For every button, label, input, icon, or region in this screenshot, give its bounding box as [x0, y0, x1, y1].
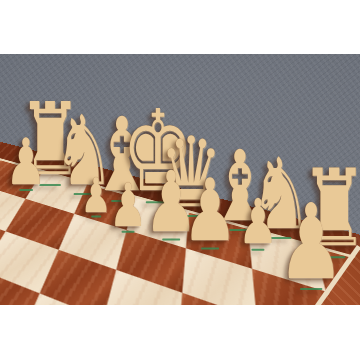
piece-white-pawn-pawn-g2[interactable]: ♟ — [277, 190, 344, 294]
piece-white-pawn-pawn-f2[interactable]: ♟ — [238, 191, 278, 253]
piece-white-pawn-pawn-e2[interactable]: ♟ — [182, 167, 238, 253]
bottom-white-margin — [0, 305, 360, 360]
pieces-layer: ♜♟♞♝♚♛♟♝♟♞♟♟♟♜♟ — [0, 54, 360, 305]
piece-white-pawn-pawn-a[interactable]: ♟ — [5, 130, 46, 194]
piece-white-pawn-pawn-b2[interactable]: ♟ — [81, 171, 112, 219]
photo-backdrop: ♜♟♞♝♚♛♟♝♟♞♟♟♟♜♟ — [0, 54, 360, 305]
product-photo-stage: ♜♟♞♝♚♛♟♝♟♞♟♟♟♜♟ — [0, 0, 360, 360]
piece-white-pawn-pawn-c2[interactable]: ♟ — [109, 175, 148, 235]
top-white-margin — [0, 0, 360, 54]
